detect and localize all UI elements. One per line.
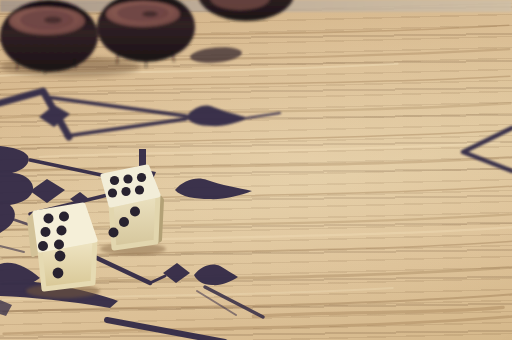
checker-tray: [0, 0, 294, 74]
checker-3[interactable]: [198, 0, 294, 21]
die-1[interactable]: [29, 205, 95, 289]
photo-canvas: [0, 0, 512, 340]
backgammon-photo: [0, 0, 512, 340]
right-point-chevron: [463, 128, 512, 171]
checker-2[interactable]: [97, 0, 195, 68]
checker-shadow-leaf: [189, 45, 242, 64]
die-2[interactable]: [103, 167, 162, 248]
die-2-top-face: [103, 167, 158, 205]
